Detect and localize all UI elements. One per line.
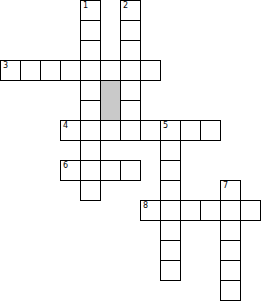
- cell-r10c9[interactable]: [180, 200, 201, 221]
- cell-r6c4[interactable]: [80, 120, 101, 141]
- cell-r1c4[interactable]: [80, 20, 101, 41]
- cell-r1c6[interactable]: [120, 20, 141, 41]
- cell-r13c8[interactable]: [160, 260, 181, 281]
- shaded-cell-r4c5[interactable]: [100, 80, 121, 121]
- clue-number-8: 8: [143, 201, 148, 210]
- cell-r4c4[interactable]: [80, 80, 101, 101]
- cell-r9c4[interactable]: [80, 180, 101, 201]
- cell-r3c0[interactable]: 3: [0, 60, 21, 81]
- cell-r8c5[interactable]: [100, 160, 121, 181]
- cell-r9c11[interactable]: 7: [220, 180, 241, 201]
- cell-r12c8[interactable]: [160, 240, 181, 261]
- cell-r10c8[interactable]: [160, 200, 181, 221]
- cell-r3c6[interactable]: [120, 60, 141, 81]
- cell-r6c3[interactable]: 4: [60, 120, 81, 141]
- cell-r3c4[interactable]: [80, 60, 101, 81]
- clue-number-7: 7: [223, 181, 228, 190]
- clue-number-5: 5: [163, 121, 168, 130]
- cell-r6c5[interactable]: [100, 120, 121, 141]
- cell-r2c6[interactable]: [120, 40, 141, 61]
- cell-r12c11[interactable]: [220, 240, 241, 261]
- cell-r6c10[interactable]: [200, 120, 221, 141]
- crossword-grid: 12345678: [0, 0, 261, 301]
- cell-r10c12[interactable]: [240, 200, 261, 221]
- cell-r3c5[interactable]: [100, 60, 121, 81]
- cell-r3c3[interactable]: [60, 60, 81, 81]
- cell-r10c7[interactable]: 8: [140, 200, 161, 221]
- cell-r3c2[interactable]: [40, 60, 61, 81]
- cell-r0c4[interactable]: 1: [80, 0, 101, 21]
- cell-r0c6[interactable]: 2: [120, 0, 141, 21]
- clue-number-2: 2: [123, 1, 128, 10]
- cell-r7c4[interactable]: [80, 140, 101, 161]
- cell-r8c3[interactable]: 6: [60, 160, 81, 181]
- cell-r11c11[interactable]: [220, 220, 241, 241]
- cell-r10c10[interactable]: [200, 200, 221, 221]
- cell-r13c11[interactable]: [220, 260, 241, 281]
- cell-r5c6[interactable]: [120, 100, 141, 121]
- clue-number-1: 1: [83, 1, 88, 10]
- clue-number-6: 6: [63, 161, 68, 170]
- cell-r3c7[interactable]: [140, 60, 161, 81]
- cell-r2c4[interactable]: [80, 40, 101, 61]
- cell-r9c8[interactable]: [160, 180, 181, 201]
- cell-r6c7[interactable]: [140, 120, 161, 141]
- clue-number-4: 4: [63, 121, 68, 130]
- cell-r3c1[interactable]: [20, 60, 41, 81]
- cell-r7c8[interactable]: [160, 140, 181, 161]
- cell-r8c4[interactable]: [80, 160, 101, 181]
- cell-r6c9[interactable]: [180, 120, 201, 141]
- cell-r4c6[interactable]: [120, 80, 141, 101]
- cell-r5c4[interactable]: [80, 100, 101, 121]
- cell-r11c8[interactable]: [160, 220, 181, 241]
- cell-r14c11[interactable]: [220, 280, 241, 301]
- cell-r10c11[interactable]: [220, 200, 241, 221]
- cell-r6c8[interactable]: 5: [160, 120, 181, 141]
- cell-r8c8[interactable]: [160, 160, 181, 181]
- cell-r6c6[interactable]: [120, 120, 141, 141]
- cell-r8c6[interactable]: [120, 160, 141, 181]
- clue-number-3: 3: [3, 61, 8, 70]
